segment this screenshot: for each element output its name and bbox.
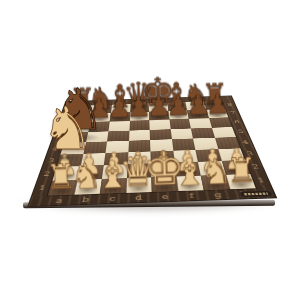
square-d6 (129, 120, 150, 130)
square-h7: ♟ (206, 109, 228, 118)
square-h1: ♜ (225, 174, 255, 190)
square-c1: ♝ (100, 178, 127, 194)
white-rook-h1: ♜ (226, 155, 257, 188)
square-c6 (108, 121, 129, 131)
white-rook-a1: ♜ (45, 162, 76, 195)
square-f5 (170, 128, 193, 139)
square-e6 (149, 120, 170, 130)
white-bishop-c1: ♝ (95, 157, 130, 194)
square-f1: ♝ (176, 175, 204, 191)
coordinate-label: f (178, 190, 206, 201)
black-pawn-h7: ♟ (205, 91, 231, 118)
brand-plaque (238, 190, 274, 198)
coordinate-label: g (204, 189, 233, 200)
coordinate-label: a (45, 195, 74, 207)
square-d5 (129, 130, 150, 141)
coordinate-label: e (152, 191, 179, 203)
coordinate-label: b (71, 194, 99, 206)
coordinate-label: d (125, 192, 152, 204)
white-bishop-f1: ♝ (173, 154, 208, 191)
coordinate-label: c (98, 193, 125, 205)
brand-plaque-text (244, 192, 268, 195)
display-knight-light-icon: ♞ (41, 101, 94, 157)
square-a1: ♜ (48, 180, 77, 196)
chess-set-photo: abcdefgh abcdefgh 87654321 87654321 ♜♞♝♛… (0, 0, 300, 300)
square-h5 (211, 127, 236, 138)
square-e5 (150, 129, 172, 140)
coordinate-label: 6 (228, 117, 245, 127)
